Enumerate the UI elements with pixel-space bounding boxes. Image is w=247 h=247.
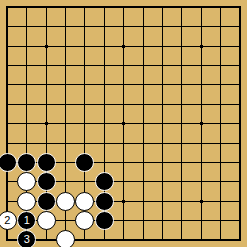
black-stone [37,172,56,191]
white-stone [56,230,75,247]
white-stone [17,172,36,191]
white-stone [56,192,75,211]
black-stone [95,172,114,191]
white-stone [75,211,94,230]
black-stone [37,192,56,211]
white-stone [75,192,94,211]
black-stone [0,153,17,172]
black-stone [37,153,56,172]
go-diagram: 213 [0,0,247,247]
black-stone [17,153,36,172]
black-stone: 3 [17,230,36,247]
black-stone [75,153,94,172]
black-stone: 1 [17,211,36,230]
move-number-label: 1 [24,215,30,226]
stones-layer: 213 [0,0,247,247]
black-stone [95,192,114,211]
white-stone: 2 [0,211,17,230]
white-stone [17,192,36,211]
go-board: 213 [0,0,247,247]
move-number-label: 3 [24,234,30,245]
white-stone [37,211,56,230]
move-number-label: 2 [4,215,10,226]
black-stone [95,211,114,230]
